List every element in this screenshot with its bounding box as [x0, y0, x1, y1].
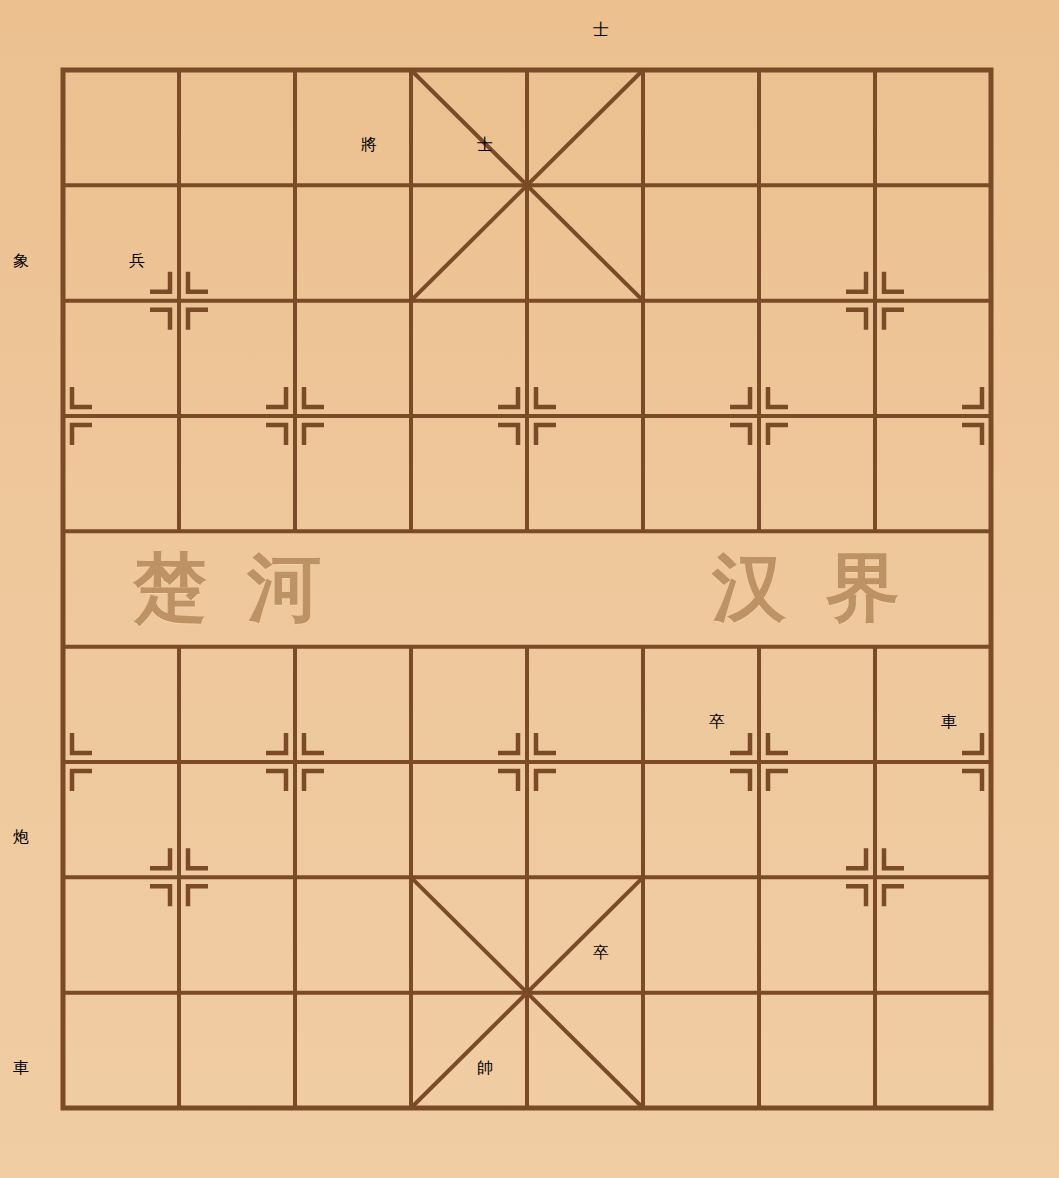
piece-glyph: 車 [941, 713, 957, 730]
piece-black-advisor[interactable]: 士 [593, 20, 693, 120]
piece-glyph: 兵 [129, 252, 145, 269]
river-label-left: 楚河 [133, 551, 361, 625]
piece-glyph: 帥 [477, 1059, 493, 1076]
piece-glyph: 車 [13, 1059, 29, 1076]
piece-glyph: 將 [361, 136, 377, 153]
piece-red-soldier[interactable]: 兵 [129, 251, 229, 351]
xiangqi-board: 楚河 汉界 士將士象兵卒車炮卒車帥 [0, 0, 1059, 1178]
piece-glyph: 象 [13, 252, 29, 269]
piece-glyph: 士 [477, 136, 493, 153]
river-label-right: 汉界 [712, 551, 940, 625]
piece-red-cannon[interactable]: 炮 [13, 827, 113, 927]
piece-black-elephant[interactable]: 象 [13, 251, 113, 351]
piece-black-soldier[interactable]: 卒 [593, 943, 693, 1043]
piece-black-chariot[interactable]: 車 [941, 712, 1041, 812]
piece-glyph: 炮 [13, 828, 29, 845]
piece-glyph: 卒 [709, 713, 725, 730]
piece-red-chariot[interactable]: 車 [13, 1058, 113, 1158]
piece-black-general[interactable]: 將 [361, 135, 461, 235]
piece-black-soldier[interactable]: 卒 [709, 712, 809, 812]
piece-glyph: 卒 [593, 944, 609, 961]
piece-glyph: 士 [593, 21, 609, 38]
piece-red-general[interactable]: 帥 [477, 1058, 577, 1158]
piece-black-advisor[interactable]: 士 [477, 135, 577, 235]
